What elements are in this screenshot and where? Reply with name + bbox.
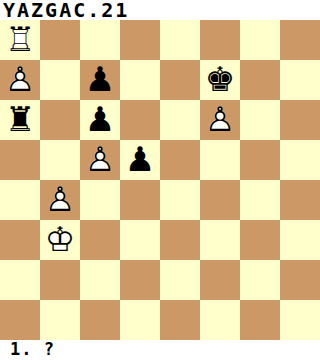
square-h1[interactable] [280, 300, 320, 340]
square-d4[interactable] [120, 180, 160, 220]
square-f1[interactable] [200, 300, 240, 340]
square-b2[interactable] [40, 260, 80, 300]
square-d5[interactable]: ♟ [120, 140, 160, 180]
square-f7[interactable]: ♚ [200, 60, 240, 100]
square-e8[interactable] [160, 20, 200, 60]
square-g2[interactable] [240, 260, 280, 300]
piece-fill-layer: ♟ [80, 139, 120, 179]
square-b5[interactable] [40, 140, 80, 180]
piece-fill-layer: ♟ [0, 59, 40, 99]
square-e6[interactable] [160, 100, 200, 140]
square-e3[interactable] [160, 220, 200, 260]
square-g6[interactable] [240, 100, 280, 140]
square-d2[interactable] [120, 260, 160, 300]
diagram-title: YAZGAC.21 [3, 1, 129, 20]
square-b7[interactable] [40, 60, 80, 100]
piece-fill-layer: ♟ [40, 179, 80, 219]
piece-black-pawn: ♟ [80, 99, 120, 139]
square-h5[interactable] [280, 140, 320, 180]
piece-white-pawn: ♙ [40, 179, 80, 219]
piece-black-king: ♚ [200, 59, 240, 99]
square-e4[interactable] [160, 180, 200, 220]
piece-black-pawn: ♟ [120, 139, 160, 179]
piece-white-pawn: ♙ [200, 99, 240, 139]
square-c3[interactable] [80, 220, 120, 260]
piece-white-rook: ♖ [0, 19, 40, 59]
square-f2[interactable] [200, 260, 240, 300]
square-c8[interactable] [80, 20, 120, 60]
square-d1[interactable] [120, 300, 160, 340]
square-f3[interactable] [200, 220, 240, 260]
square-e5[interactable] [160, 140, 200, 180]
piece-fill-layer: ♚ [40, 219, 80, 259]
square-d8[interactable] [120, 20, 160, 60]
square-b4[interactable]: ♟♙ [40, 180, 80, 220]
move-prompt: 1. ? [10, 340, 55, 360]
square-f5[interactable] [200, 140, 240, 180]
piece-black-pawn: ♟ [80, 59, 120, 99]
piece-fill-layer: ♜ [0, 19, 40, 59]
square-d6[interactable] [120, 100, 160, 140]
square-g1[interactable] [240, 300, 280, 340]
square-c2[interactable] [80, 260, 120, 300]
piece-white-pawn: ♙ [80, 139, 120, 179]
square-b6[interactable] [40, 100, 80, 140]
square-c4[interactable] [80, 180, 120, 220]
square-h8[interactable] [280, 20, 320, 60]
square-a7[interactable]: ♟♙ [0, 60, 40, 100]
square-g4[interactable] [240, 180, 280, 220]
square-h6[interactable] [280, 100, 320, 140]
piece-fill-layer: ♟ [200, 99, 240, 139]
square-c7[interactable]: ♟ [80, 60, 120, 100]
piece-white-king: ♔ [40, 219, 80, 259]
square-g8[interactable] [240, 20, 280, 60]
square-f6[interactable]: ♟♙ [200, 100, 240, 140]
square-e1[interactable] [160, 300, 200, 340]
square-h7[interactable] [280, 60, 320, 100]
square-d7[interactable] [120, 60, 160, 100]
square-g3[interactable] [240, 220, 280, 260]
square-e2[interactable] [160, 260, 200, 300]
square-f8[interactable] [200, 20, 240, 60]
chess-board: ♜♖♟♙♟♚♜♟♟♙♟♙♟♟♙♚♔ [0, 20, 320, 340]
square-a6[interactable]: ♜ [0, 100, 40, 140]
square-h3[interactable] [280, 220, 320, 260]
square-g7[interactable] [240, 60, 280, 100]
square-c5[interactable]: ♟♙ [80, 140, 120, 180]
square-g5[interactable] [240, 140, 280, 180]
square-a2[interactable] [0, 260, 40, 300]
piece-white-pawn: ♙ [0, 59, 40, 99]
square-h4[interactable] [280, 180, 320, 220]
square-a4[interactable] [0, 180, 40, 220]
piece-black-rook: ♜ [0, 99, 40, 139]
square-e7[interactable] [160, 60, 200, 100]
square-a5[interactable] [0, 140, 40, 180]
square-b3[interactable]: ♚♔ [40, 220, 80, 260]
square-a3[interactable] [0, 220, 40, 260]
square-a8[interactable]: ♜♖ [0, 20, 40, 60]
square-f4[interactable] [200, 180, 240, 220]
square-h2[interactable] [280, 260, 320, 300]
square-a1[interactable] [0, 300, 40, 340]
square-b8[interactable] [40, 20, 80, 60]
square-c1[interactable] [80, 300, 120, 340]
square-c6[interactable]: ♟ [80, 100, 120, 140]
square-d3[interactable] [120, 220, 160, 260]
square-b1[interactable] [40, 300, 80, 340]
